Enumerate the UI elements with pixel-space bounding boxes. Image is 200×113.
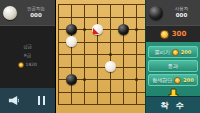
black-stone-avatar: [149, 6, 163, 20]
stone-black: [66, 74, 77, 85]
info-line-2: 9급: [0, 51, 55, 60]
grid-cell: [123, 92, 136, 105]
grid-cell: [71, 4, 84, 17]
grid-cell: [71, 92, 84, 105]
star-point: [83, 78, 86, 81]
grid-cell: [97, 92, 110, 105]
grid-cell: [84, 42, 97, 55]
app-screen: 인공지능 000 상금 9급 1820: [0, 0, 200, 113]
white-stone-avatar: [3, 6, 17, 20]
button-label: 통과: [168, 63, 178, 69]
stone-white: [92, 24, 103, 35]
stone-black: [118, 24, 129, 35]
stone-white: [66, 36, 77, 47]
grid-cell: [84, 79, 97, 92]
sound-button[interactable]: [4, 92, 24, 110]
grid-cell: [123, 67, 136, 80]
speaker-icon: [8, 95, 19, 106]
grid-cell: [84, 54, 97, 67]
grid-cell: [84, 92, 97, 105]
gold-coin-icon: [18, 62, 24, 68]
grid-cell: [58, 92, 71, 105]
button-label: 물리기: [155, 49, 170, 55]
grid-cell: [97, 4, 110, 17]
gold-coin-icon: [172, 49, 179, 56]
grid-cell: [123, 4, 136, 17]
user-header: 사용자 000: [146, 0, 200, 26]
info-line-1: 상금: [0, 42, 55, 51]
info-line-3: 1820: [0, 60, 55, 69]
gold-coin-icon: [174, 77, 181, 84]
grid-cell: [110, 79, 123, 92]
action-buttons: 물리기200통과형세판단200: [146, 42, 200, 86]
gold-balance: 300: [146, 26, 200, 42]
grid-cell: [84, 67, 97, 80]
grid-cell: [58, 4, 71, 17]
button-label: 형세판단: [152, 77, 172, 83]
user-panel: 사용자 000 300 물리기200통과형세판단200 착 수: [145, 0, 200, 113]
star-point: [109, 53, 112, 56]
undo-button[interactable]: 물리기200: [148, 46, 198, 58]
grid-cell: [123, 79, 136, 92]
button-cost: 200: [183, 77, 193, 83]
grid-cell: [58, 54, 71, 67]
grid-cell: [97, 79, 110, 92]
grid-cell: [84, 4, 97, 17]
star-point: [83, 28, 86, 31]
last-move-marker: [93, 28, 99, 34]
gold-coin-icon: [160, 30, 169, 39]
play-move-button[interactable]: 착 수: [146, 96, 200, 113]
opponent-panel: 인공지능 000 상금 9급 1820: [0, 0, 56, 113]
left-control-bar: [0, 88, 55, 113]
grid-cell: [110, 42, 123, 55]
button-cost: 200: [181, 49, 191, 55]
grid-cell: [71, 54, 84, 67]
grid-cell: [123, 54, 136, 67]
estimate-button[interactable]: 형세판단200: [148, 74, 198, 86]
opponent-score: 000: [30, 12, 41, 19]
pause-icon: [38, 96, 46, 105]
grid-cell: [97, 42, 110, 55]
pass-button[interactable]: 통과: [148, 60, 198, 72]
pause-button[interactable]: [31, 92, 51, 110]
star-point: [135, 78, 138, 81]
grid-cell: [123, 42, 136, 55]
opponent-header: 인공지능 000: [0, 0, 55, 26]
grid-cell: [110, 4, 123, 17]
star-point: [135, 28, 138, 31]
user-score: 000: [176, 12, 187, 19]
opponent-info: 상금 9급 1820: [0, 26, 55, 69]
gold-amount: 300: [172, 30, 187, 38]
grid-cell: [110, 92, 123, 105]
stone-black: [66, 24, 77, 35]
stone-white: [105, 61, 116, 72]
